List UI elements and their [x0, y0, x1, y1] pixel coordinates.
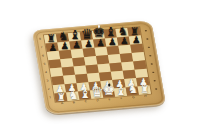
square-h1: ♜ [138, 85, 151, 94]
rank-label-3: 3 [46, 80, 49, 83]
photo-scene: 87654321 ♜♞♝♛♚♝♞♜♟♟♟♟♟♟♟♟♟♟♟♟♟♟♟♟♜♞♝♛♚♝♞… [0, 0, 200, 133]
board-grid: ♜♞♝♛♚♝♞♜♟♟♟♟♟♟♟♟♟♟♟♟♟♟♟♟♜♞♝♛♚♝♞♜ [44, 27, 151, 102]
file-label-b: B [68, 101, 80, 105]
peg-dot [147, 38, 149, 39]
file-label-d: D [92, 99, 104, 103]
file-label-a: A [56, 102, 68, 106]
rank-label-2: 2 [48, 88, 51, 91]
peg-dot [149, 55, 151, 56]
rank-label-4: 4 [45, 72, 48, 75]
file-label-h: H [139, 95, 151, 99]
chess-case: 87654321 ♜♞♝♛♚♝♞♜♟♟♟♟♟♟♟♟♟♟♟♟♟♟♟♟♜♞♝♛♚♝♞… [32, 20, 166, 114]
peg-dot [145, 30, 147, 31]
black-king-finial [98, 25, 101, 28]
peg-dot [151, 63, 153, 64]
file-label-c: C [80, 100, 92, 104]
peg-dot [148, 47, 150, 48]
peg-dot [155, 88, 157, 89]
rank-label-6: 6 [42, 55, 45, 58]
peg-dot [152, 72, 154, 73]
rank-label-7: 7 [40, 47, 43, 50]
peg-dot [154, 80, 156, 81]
file-label-f: F [115, 97, 127, 101]
rank-label-1: 1 [49, 97, 52, 100]
rank-label-8: 8 [39, 38, 42, 41]
file-label-e: E [104, 98, 116, 102]
file-label-g: G [127, 96, 139, 100]
rank-label-5: 5 [43, 63, 46, 66]
